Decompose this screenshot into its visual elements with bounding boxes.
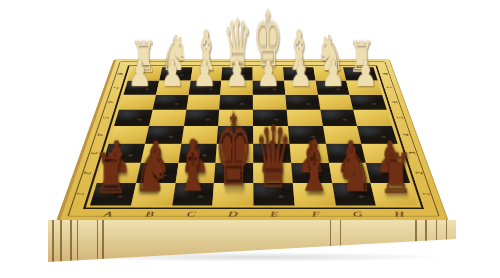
square-c7[interactable]: ♟ (188, 80, 221, 94)
piece-black-rook-a1[interactable]: ♜ (94, 146, 129, 202)
piece-white-pawn-f7[interactable]: ♟ (289, 56, 313, 92)
piece-black-bishop-c1[interactable]: ♝ (175, 130, 210, 201)
hinge-seam (52, 220, 54, 262)
rank-label-right-5: 5 (383, 114, 420, 121)
piece-white-pawn-c7[interactable]: ♟ (193, 56, 217, 92)
chess-set-photo: ♜♞♝♛♚♝♞♜♟♟♟♟♟♟♟♟♟♟♟♟♟♟♟♟♜♞♝♚♛♝♞♜ ABCDEFG… (0, 0, 500, 278)
square-e1[interactable]: ♛ (253, 183, 294, 205)
rank-label-right-8: 8 (369, 71, 402, 77)
piece-black-rook-h1[interactable]: ♜ (378, 146, 413, 202)
hinge-seam (60, 220, 62, 262)
square-d7[interactable]: ♟ (220, 80, 252, 94)
square-b6[interactable] (152, 95, 188, 110)
square-h1[interactable]: ♜ (371, 183, 417, 205)
piece-white-pawn-d7[interactable]: ♟ (225, 56, 249, 92)
square-g7[interactable]: ♟ (315, 80, 350, 94)
rank-label-right-6: 6 (378, 99, 413, 106)
hinge-seam (102, 220, 104, 262)
square-b1[interactable]: ♞ (131, 183, 175, 205)
square-d1[interactable]: ♚ (213, 183, 254, 205)
board-grid: ♜♞♝♛♚♝♞♜♟♟♟♟♟♟♟♟♟♟♟♟♟♟♟♟♜♞♝♚♛♝♞♜ (90, 67, 417, 205)
rank-label-left-5: 5 (87, 114, 123, 121)
hinge-seam (77, 220, 79, 262)
piece-black-queen-e1[interactable]: ♛ (255, 116, 293, 202)
square-e7[interactable]: ♟ (253, 80, 285, 94)
piece-black-knight-g1[interactable]: ♞ (336, 139, 374, 202)
square-g1[interactable]: ♞ (332, 183, 377, 205)
piece-white-pawn-g7[interactable]: ♟ (321, 56, 345, 92)
piece-black-bishop-f1[interactable]: ♝ (297, 130, 332, 201)
square-c1[interactable]: ♝ (172, 183, 214, 205)
rank-label-left-7: 7 (98, 84, 132, 90)
piece-white-pawn-e7[interactable]: ♟ (257, 56, 281, 92)
chess-board: ♜♞♝♛♚♝♞♜♟♟♟♟♟♟♟♟♟♟♟♟♟♟♟♟♜♞♝♚♛♝♞♜ ABCDEFG… (56, 59, 448, 220)
rank-label-left-8: 8 (103, 71, 136, 77)
square-b7[interactable]: ♟ (156, 80, 190, 94)
piece-black-knight-b1[interactable]: ♞ (133, 139, 171, 202)
square-f1[interactable]: ♝ (293, 183, 336, 205)
square-f7[interactable]: ♟ (284, 80, 318, 94)
square-g6[interactable] (317, 95, 353, 110)
piece-black-king-d1[interactable]: ♚ (214, 103, 252, 202)
hinge-seam (97, 220, 99, 262)
piece-white-pawn-b7[interactable]: ♟ (160, 56, 184, 92)
rank-label-left-6: 6 (93, 99, 128, 106)
hinge-seam (70, 220, 72, 262)
rank-label-right-7: 7 (374, 84, 408, 90)
